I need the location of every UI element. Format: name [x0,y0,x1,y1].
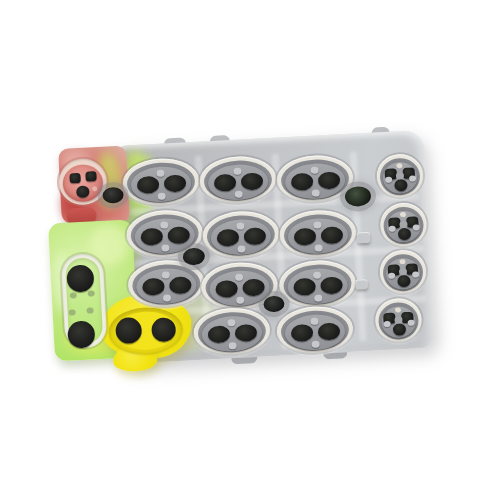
conductive-pad [317,171,340,189]
conductive-pad [320,276,343,294]
conductive-pad [76,185,90,198]
key-nub [86,307,93,313]
conductive-pad [392,323,406,336]
conductive-pad [207,325,230,343]
key-nub [233,167,241,174]
conductive-pad [66,264,94,292]
conductive-pad [163,174,186,192]
key-nub [234,190,242,197]
conductive-pad [397,228,411,241]
green-key-track [61,253,108,349]
conductive-pad [317,323,340,341]
conductive-pad [240,172,263,190]
green-key-surface [65,257,103,345]
key-nub [162,271,170,278]
key-nub [237,245,245,252]
key-nub [399,220,407,227]
key-nub [388,226,395,232]
key-nub [384,177,391,183]
conductive-pad [397,275,411,288]
conductive-pad [242,278,265,296]
key-nub [163,294,171,301]
keypad-sheet [116,130,435,364]
conductive-pad [293,278,316,296]
conductive-pad [168,276,191,294]
conductive-pad [141,278,164,296]
key-nub [313,221,321,228]
key-nub [394,316,402,323]
key-nub [156,169,164,176]
molding-square-nub [355,279,368,290]
key-nub [236,222,244,229]
key-nub [408,175,415,181]
yellow-key-surface [114,310,178,351]
key-nub [236,296,244,303]
conductive-pad [290,173,313,191]
key-nub [388,273,395,279]
key-nub [68,309,75,315]
key-nub [228,341,236,348]
key-nub [235,273,243,280]
conductive-pad [293,228,316,246]
conductive-pad [215,280,238,298]
conductive-pad [394,179,408,192]
key-nub [412,224,419,230]
key-nub [69,292,76,298]
conductive-pad [320,226,343,244]
key-nub [311,340,319,347]
key-nub [399,259,405,264]
key-nub [157,192,165,199]
conductive-pad [243,227,266,245]
key-nub [395,307,401,312]
key-nub [396,163,402,168]
key-nub [227,318,235,325]
key-nub [407,320,414,326]
key-nub [160,221,168,228]
key-nub [87,290,94,296]
key-nub [310,166,318,173]
key-nub [312,189,320,196]
red-key-surface [62,163,104,202]
key-nub [399,267,407,274]
conductive-pad [67,320,95,348]
key-nub [314,244,322,251]
key-nub [400,211,406,216]
key-nub [92,186,97,191]
conductive-pad [69,173,81,184]
conductive-pad [151,317,176,342]
conductive-pad [167,226,190,244]
conductive-pad [290,324,313,342]
key-nub [383,321,390,327]
key-nub [411,271,418,277]
key-nub [161,244,169,251]
conductive-pad [140,228,163,246]
photo-canvas [0,0,500,500]
conductive-pad [216,229,239,247]
conductive-pad [136,176,159,194]
key-nub [313,271,321,278]
molding-square-nub [356,231,370,243]
key-nub [396,171,404,178]
conductive-pad [234,324,257,342]
conductive-pad [85,171,97,182]
key-nub [310,317,318,324]
conductive-pad [213,174,236,192]
key-nub [314,294,322,301]
conductive-pad [115,317,142,344]
